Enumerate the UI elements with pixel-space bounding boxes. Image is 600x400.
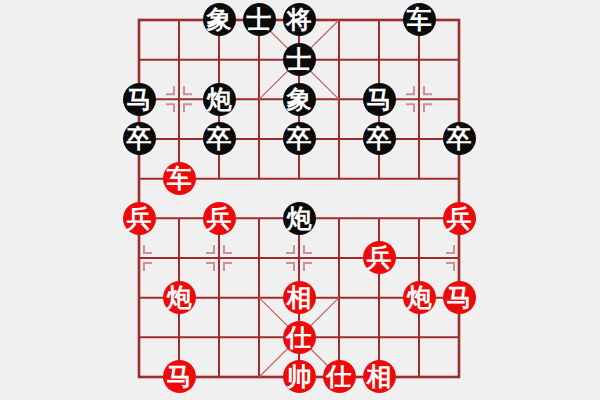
intersection-c7-r6[interactable] xyxy=(399,238,439,278)
intersection-c8-r5[interactable]: 兵 xyxy=(439,198,479,238)
piece-red-advisor[interactable]: 仕 xyxy=(323,360,356,393)
intersection-c3-r0[interactable]: 士 xyxy=(239,0,279,40)
intersection-c7-r3[interactable] xyxy=(399,119,439,159)
intersection-c0-r2[interactable]: 马 xyxy=(119,79,159,119)
intersection-c4-r9[interactable]: 帅 xyxy=(279,357,319,397)
intersection-c6-r5[interactable] xyxy=(359,198,399,238)
piece-red-soldier[interactable]: 兵 xyxy=(443,202,476,235)
intersection-c4-r0[interactable]: 将 xyxy=(279,0,319,40)
piece-red-horse[interactable]: 马 xyxy=(163,360,196,393)
intersection-c2-r3[interactable]: 卒 xyxy=(199,119,239,159)
piece-red-horse[interactable]: 马 xyxy=(443,281,476,314)
xiangqi-board-grid: 象士将车士马炮象马卒卒卒卒卒车兵兵炮兵兵炮相炮马仕马帅仕相 xyxy=(119,0,479,397)
intersection-c8-r9[interactable] xyxy=(439,357,479,397)
intersection-c3-r1[interactable] xyxy=(239,40,279,80)
intersection-c3-r6[interactable] xyxy=(239,238,279,278)
intersection-c8-r4[interactable] xyxy=(439,159,479,199)
intersection-c6-r2[interactable]: 马 xyxy=(359,79,399,119)
intersection-c1-r4[interactable]: 车 xyxy=(159,159,199,199)
intersection-c5-r1[interactable] xyxy=(319,40,359,80)
intersection-c1-r5[interactable] xyxy=(159,198,199,238)
intersection-c4-r6[interactable] xyxy=(279,238,319,278)
piece-red-cannon[interactable]: 炮 xyxy=(163,281,196,314)
piece-black-soldier[interactable]: 卒 xyxy=(283,122,316,155)
intersection-c8-r8[interactable] xyxy=(439,317,479,357)
intersection-c8-r7[interactable]: 马 xyxy=(439,278,479,318)
piece-black-soldier[interactable]: 卒 xyxy=(443,122,476,155)
intersection-c5-r7[interactable] xyxy=(319,278,359,318)
intersection-c1-r6[interactable] xyxy=(159,238,199,278)
piece-black-horse[interactable]: 马 xyxy=(123,83,156,116)
intersection-c4-r2[interactable]: 象 xyxy=(279,79,319,119)
piece-black-soldier[interactable]: 卒 xyxy=(363,122,396,155)
intersection-c7-r5[interactable] xyxy=(399,198,439,238)
intersection-c0-r4[interactable] xyxy=(119,159,159,199)
intersection-c3-r2[interactable] xyxy=(239,79,279,119)
piece-black-horse[interactable]: 马 xyxy=(363,83,396,116)
piece-red-soldier[interactable]: 兵 xyxy=(203,202,236,235)
intersection-c0-r7[interactable] xyxy=(119,278,159,318)
intersection-c0-r9[interactable] xyxy=(119,357,159,397)
intersection-c3-r7[interactable] xyxy=(239,278,279,318)
intersection-c5-r6[interactable] xyxy=(319,238,359,278)
intersection-c3-r3[interactable] xyxy=(239,119,279,159)
intersection-c3-r8[interactable] xyxy=(239,317,279,357)
intersection-c0-r8[interactable] xyxy=(119,317,159,357)
intersection-c5-r3[interactable] xyxy=(319,119,359,159)
intersection-c2-r1[interactable] xyxy=(199,40,239,80)
piece-black-elephant[interactable]: 象 xyxy=(203,3,236,36)
intersection-c1-r0[interactable] xyxy=(159,0,199,40)
intersection-c8-r1[interactable] xyxy=(439,40,479,80)
intersection-c8-r2[interactable] xyxy=(439,79,479,119)
piece-red-chariot[interactable]: 车 xyxy=(163,162,196,195)
intersection-c6-r6[interactable]: 兵 xyxy=(359,238,399,278)
intersection-c5-r9[interactable]: 仕 xyxy=(319,357,359,397)
intersection-c4-r7[interactable]: 相 xyxy=(279,278,319,318)
intersection-c3-r9[interactable] xyxy=(239,357,279,397)
intersection-c7-r2[interactable] xyxy=(399,79,439,119)
piece-red-elephant[interactable]: 相 xyxy=(283,281,316,314)
intersection-c7-r8[interactable] xyxy=(399,317,439,357)
intersection-c2-r4[interactable] xyxy=(199,159,239,199)
intersection-c4-r5[interactable]: 炮 xyxy=(279,198,319,238)
intersection-c8-r6[interactable] xyxy=(439,238,479,278)
piece-red-advisor[interactable]: 仕 xyxy=(283,321,316,354)
intersection-c2-r5[interactable]: 兵 xyxy=(199,198,239,238)
intersection-c6-r3[interactable]: 卒 xyxy=(359,119,399,159)
piece-black-cannon[interactable]: 炮 xyxy=(283,202,316,235)
piece-red-elephant[interactable]: 相 xyxy=(363,360,396,393)
intersection-c7-r4[interactable] xyxy=(399,159,439,199)
piece-red-soldier[interactable]: 兵 xyxy=(123,202,156,235)
intersection-c6-r1[interactable] xyxy=(359,40,399,80)
intersection-c1-r3[interactable] xyxy=(159,119,199,159)
piece-black-advisor[interactable]: 士 xyxy=(283,43,316,76)
intersection-c0-r3[interactable]: 卒 xyxy=(119,119,159,159)
piece-black-elephant[interactable]: 象 xyxy=(283,83,316,116)
piece-black-soldier[interactable]: 卒 xyxy=(203,122,236,155)
intersection-c1-r1[interactable] xyxy=(159,40,199,80)
intersection-c7-r7[interactable]: 炮 xyxy=(399,278,439,318)
intersection-c4-r4[interactable] xyxy=(279,159,319,199)
intersection-c4-r8[interactable]: 仕 xyxy=(279,317,319,357)
intersection-c5-r5[interactable] xyxy=(319,198,359,238)
intersection-c0-r1[interactable] xyxy=(119,40,159,80)
piece-red-soldier[interactable]: 兵 xyxy=(363,241,396,274)
intersection-c8-r0[interactable] xyxy=(439,0,479,40)
piece-red-general[interactable]: 帅 xyxy=(283,360,316,393)
intersection-c1-r2[interactable] xyxy=(159,79,199,119)
intersection-c1-r7[interactable]: 炮 xyxy=(159,278,199,318)
intersection-c8-r3[interactable]: 卒 xyxy=(439,119,479,159)
intersection-c6-r7[interactable] xyxy=(359,278,399,318)
intersection-c6-r8[interactable] xyxy=(359,317,399,357)
intersection-c0-r6[interactable] xyxy=(119,238,159,278)
intersection-c4-r3[interactable]: 卒 xyxy=(279,119,319,159)
intersection-c5-r2[interactable] xyxy=(319,79,359,119)
intersection-c2-r8[interactable] xyxy=(199,317,239,357)
intersection-c6-r0[interactable] xyxy=(359,0,399,40)
intersection-c7-r1[interactable] xyxy=(399,40,439,80)
piece-black-general[interactable]: 将 xyxy=(283,3,316,36)
intersection-c2-r9[interactable] xyxy=(199,357,239,397)
intersection-c2-r7[interactable] xyxy=(199,278,239,318)
intersection-c0-r5[interactable]: 兵 xyxy=(119,198,159,238)
intersection-c6-r4[interactable] xyxy=(359,159,399,199)
intersection-c7-r9[interactable] xyxy=(399,357,439,397)
intersection-c5-r4[interactable] xyxy=(319,159,359,199)
intersection-c3-r5[interactable] xyxy=(239,198,279,238)
intersection-c5-r8[interactable] xyxy=(319,317,359,357)
intersection-c2-r2[interactable]: 炮 xyxy=(199,79,239,119)
intersection-c1-r9[interactable]: 马 xyxy=(159,357,199,397)
piece-black-chariot[interactable]: 车 xyxy=(403,3,436,36)
intersection-c6-r9[interactable]: 相 xyxy=(359,357,399,397)
xiangqi-board-screen: 象士将车士马炮象马卒卒卒卒卒车兵兵炮兵兵炮相炮马仕马帅仕相 xyxy=(0,0,600,400)
intersection-c1-r8[interactable] xyxy=(159,317,199,357)
piece-red-cannon[interactable]: 炮 xyxy=(403,281,436,314)
piece-black-advisor[interactable]: 士 xyxy=(243,3,276,36)
piece-black-soldier[interactable]: 卒 xyxy=(123,122,156,155)
intersection-c0-r0[interactable] xyxy=(119,0,159,40)
intersection-c7-r0[interactable]: 车 xyxy=(399,0,439,40)
intersection-c2-r6[interactable] xyxy=(199,238,239,278)
piece-black-cannon[interactable]: 炮 xyxy=(203,83,236,116)
intersection-c2-r0[interactable]: 象 xyxy=(199,0,239,40)
intersection-c3-r4[interactable] xyxy=(239,159,279,199)
intersection-c5-r0[interactable] xyxy=(319,0,359,40)
intersection-c4-r1[interactable]: 士 xyxy=(279,40,319,80)
